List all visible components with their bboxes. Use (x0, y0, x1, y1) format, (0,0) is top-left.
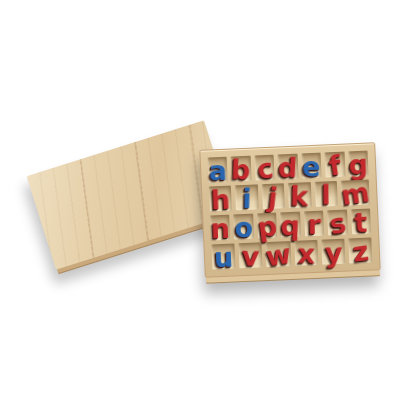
compartment-k: k (288, 182, 311, 208)
compartment-g: g (348, 151, 368, 177)
compartment-b: b (231, 156, 251, 182)
compartment-i: i (235, 184, 258, 210)
letter-tile-w[interactable]: w (264, 241, 292, 269)
compartment-v: v (238, 242, 262, 268)
compartment-p: p (257, 213, 277, 239)
letter-tile-y[interactable]: y (324, 240, 342, 265)
letter-tile-k[interactable]: k (290, 183, 309, 208)
letter-tile-n[interactable]: n (210, 216, 230, 242)
compartment-l: l (314, 181, 337, 207)
letter-tile-e[interactable]: e (302, 154, 321, 179)
letter-tile-m[interactable]: m (340, 179, 372, 208)
compartment-m: m (341, 180, 370, 206)
letter-tile-a[interactable]: a (208, 158, 227, 184)
letter-tile-j[interactable]: j (267, 184, 279, 210)
letter-tile-i[interactable]: i (242, 186, 252, 211)
letter-tile-q[interactable]: q (281, 213, 301, 238)
compartment-n: n (210, 215, 230, 241)
letter-row-3: nopqrst (210, 209, 371, 241)
letter-row-1: abcdefg (208, 151, 369, 183)
compartment-f: f (325, 152, 345, 178)
letter-tile-f[interactable]: f (327, 152, 342, 178)
compartment-y: y (321, 239, 345, 265)
compartment-t: t (351, 209, 371, 235)
compartment-a: a (208, 157, 228, 183)
compartment-c: c (254, 155, 274, 181)
letter-box-grid: abcdefghijklmnopqrstuvwxyz (208, 151, 373, 270)
letter-tile-u[interactable]: u (213, 245, 233, 271)
letter-tile-t[interactable]: t (354, 210, 368, 236)
letter-tile-s[interactable]: s (327, 210, 347, 238)
compartment-d: d (278, 154, 298, 180)
compartment-r: r (304, 211, 324, 237)
compartment-h: h (209, 186, 232, 212)
compartment-z: z (348, 237, 372, 263)
letter-tile-p[interactable]: p (256, 213, 279, 241)
letter-tile-b[interactable]: b (231, 157, 251, 182)
compartment-o: o (234, 214, 254, 240)
product-photo: abcdefghijklmnopqrstuvwxyz (0, 0, 400, 400)
letter-tile-r[interactable]: r (307, 212, 321, 237)
compartment-s: s (327, 210, 347, 236)
compartment-e: e (301, 153, 321, 179)
compartment-q: q (280, 212, 300, 238)
letter-tile-d[interactable]: d (278, 155, 298, 180)
letter-tile-z[interactable]: z (351, 238, 370, 265)
letter-tile-c[interactable]: c (255, 155, 275, 182)
compartment-w: w (265, 241, 291, 267)
letter-box: abcdefghijklmnopqrstuvwxyz (199, 142, 380, 278)
compartment-u: u (211, 243, 235, 269)
letter-tile-h[interactable]: h (211, 187, 231, 213)
letter-tile-x[interactable]: x (297, 241, 315, 266)
letter-tile-l[interactable]: l (321, 182, 330, 207)
letter-tile-v[interactable]: v (241, 244, 259, 269)
compartment-x: x (294, 240, 318, 266)
letter-tile-g[interactable]: g (348, 152, 368, 178)
letter-tile-o[interactable]: o (234, 215, 253, 240)
compartment-j: j (262, 183, 285, 209)
